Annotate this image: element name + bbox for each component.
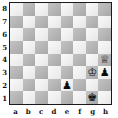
square-h6[interactable] — [98, 28, 111, 41]
square-h2[interactable] — [98, 79, 111, 92]
square-f6[interactable] — [73, 28, 86, 41]
chess-board[interactable]: ♕♔♟♟♚ — [9, 2, 112, 105]
square-a6[interactable] — [10, 28, 23, 41]
rank-label-1: 1 — [0, 92, 9, 105]
square-h8[interactable] — [98, 3, 111, 16]
square-d2[interactable] — [48, 79, 61, 92]
rank-label-6: 6 — [0, 28, 9, 41]
square-c8[interactable] — [35, 3, 48, 16]
square-g2[interactable] — [86, 79, 99, 92]
square-a4[interactable] — [10, 54, 23, 67]
square-g6[interactable] — [86, 28, 99, 41]
square-a2[interactable] — [10, 79, 23, 92]
square-d7[interactable] — [48, 16, 61, 29]
file-label-c: c — [35, 106, 48, 117]
square-c5[interactable] — [35, 41, 48, 54]
square-c2[interactable] — [35, 79, 48, 92]
rank-label-3: 3 — [0, 66, 9, 79]
rank-label-5: 5 — [0, 41, 9, 54]
square-d8[interactable] — [48, 3, 61, 16]
square-d5[interactable] — [48, 41, 61, 54]
file-label-b: b — [22, 106, 35, 117]
chess-piece-wK: ♔ — [87, 66, 97, 77]
square-h5[interactable] — [98, 41, 111, 54]
square-a3[interactable] — [10, 66, 23, 79]
square-f5[interactable] — [73, 41, 86, 54]
square-c6[interactable] — [35, 28, 48, 41]
square-c4[interactable] — [35, 54, 48, 67]
rank-label-7: 7 — [0, 15, 9, 28]
square-f8[interactable] — [73, 3, 86, 16]
square-e4[interactable] — [61, 54, 74, 67]
square-f7[interactable] — [73, 16, 86, 29]
square-e6[interactable] — [61, 28, 74, 41]
square-e1[interactable] — [61, 91, 74, 104]
rank-label-4: 4 — [0, 54, 9, 67]
square-g5[interactable] — [86, 41, 99, 54]
chess-piece-bP: ♟ — [62, 79, 72, 90]
square-g1[interactable]: ♚ — [86, 91, 99, 104]
rank-labels: 87654321 — [0, 2, 9, 105]
square-b4[interactable] — [23, 54, 36, 67]
square-g4[interactable] — [86, 54, 99, 67]
square-b2[interactable] — [23, 79, 36, 92]
square-a7[interactable] — [10, 16, 23, 29]
square-f2[interactable] — [73, 79, 86, 92]
square-c7[interactable] — [35, 16, 48, 29]
square-c3[interactable] — [35, 66, 48, 79]
square-b7[interactable] — [23, 16, 36, 29]
square-b3[interactable] — [23, 66, 36, 79]
square-d1[interactable] — [48, 91, 61, 104]
square-e3[interactable] — [61, 66, 74, 79]
file-label-a: a — [9, 106, 22, 117]
file-label-g: g — [86, 106, 99, 117]
square-e8[interactable] — [61, 3, 74, 16]
square-e2[interactable]: ♟ — [61, 79, 74, 92]
square-g7[interactable] — [86, 16, 99, 29]
square-e7[interactable] — [61, 16, 74, 29]
chess-piece-bK: ♚ — [87, 92, 97, 103]
file-label-f: f — [73, 106, 86, 117]
rank-label-2: 2 — [0, 79, 9, 92]
square-a1[interactable] — [10, 91, 23, 104]
square-h4[interactable]: ♕ — [98, 54, 111, 67]
square-d3[interactable] — [48, 66, 61, 79]
square-h3[interactable]: ♟ — [98, 66, 111, 79]
square-b1[interactable] — [23, 91, 36, 104]
rank-label-8: 8 — [0, 2, 9, 15]
file-label-e: e — [61, 106, 74, 117]
chess-piece-wQ: ♕ — [100, 54, 110, 65]
square-b6[interactable] — [23, 28, 36, 41]
square-b5[interactable] — [23, 41, 36, 54]
square-f3[interactable] — [73, 66, 86, 79]
square-f1[interactable] — [73, 91, 86, 104]
square-e5[interactable] — [61, 41, 74, 54]
chess-diagram: 87654321 ♕♔♟♟♚ abcdefgh — [0, 0, 118, 118]
square-g3[interactable]: ♔ — [86, 66, 99, 79]
square-g8[interactable] — [86, 3, 99, 16]
file-labels: abcdefgh — [9, 106, 112, 117]
square-h1[interactable] — [98, 91, 111, 104]
file-label-d: d — [48, 106, 61, 117]
chess-piece-bP: ♟ — [100, 66, 110, 77]
file-label-h: h — [99, 106, 112, 117]
square-f4[interactable] — [73, 54, 86, 67]
square-d6[interactable] — [48, 28, 61, 41]
square-c1[interactable] — [35, 91, 48, 104]
square-d4[interactable] — [48, 54, 61, 67]
square-b8[interactable] — [23, 3, 36, 16]
square-a5[interactable] — [10, 41, 23, 54]
square-a8[interactable] — [10, 3, 23, 16]
square-h7[interactable] — [98, 16, 111, 29]
